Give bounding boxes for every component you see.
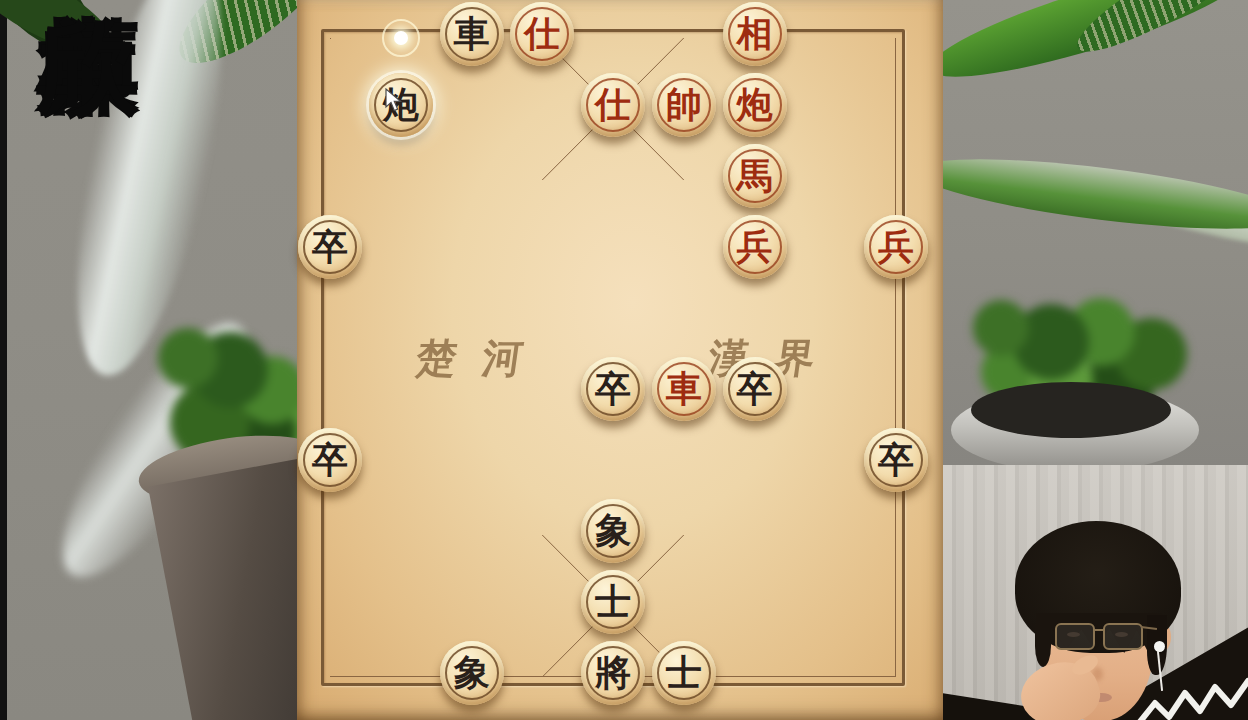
piece-black-將[interactable]: 將 [581,641,645,705]
mouse-cursor [383,88,407,114]
piece-red-車[interactable]: 車 [652,357,716,421]
last-move-marker [394,31,408,45]
river-label-left: 楚河 [398,336,554,382]
piece-red-相[interactable]: 相 [723,2,787,66]
presenter-hair [1035,625,1051,667]
video-frame: 象棋大师单欣 楚河 漢界 車仕相炮仕帥炮馬卒兵兵卒車卒卒卒象士象將士 [0,0,1248,720]
piece-character: 帥 [652,73,716,135]
right-photo-background [943,0,1248,465]
piece-black-卒[interactable]: 卒 [298,428,362,492]
presenter-glasses [1103,623,1143,650]
piece-black-卒[interactable]: 卒 [298,215,362,279]
plant-foliage [973,300,1029,356]
piece-character: 車 [440,2,504,64]
piece-character: 卒 [298,215,362,277]
piece-red-炮[interactable]: 炮 [723,73,787,137]
piece-black-卒[interactable]: 卒 [581,357,645,421]
piece-red-仕[interactable]: 仕 [581,73,645,137]
plant-foliage [158,328,218,388]
piece-character: 士 [652,641,716,703]
flower-pot [148,455,297,720]
piece-character: 車 [652,357,716,419]
piece-character: 卒 [581,357,645,419]
board-cell [330,38,331,39]
piece-character: 卒 [723,357,787,419]
piece-character: 卒 [864,428,928,490]
piece-red-仕[interactable]: 仕 [510,2,574,66]
piece-character: 象 [581,499,645,561]
piece-character: 馬 [723,144,787,206]
piece-character: 兵 [723,215,787,277]
piece-black-象[interactable]: 象 [581,499,645,563]
piece-character: 仕 [581,73,645,135]
earphone-icon [1154,641,1165,652]
piece-character: 相 [723,2,787,64]
plant-leaf [943,145,1248,243]
left-edge-bar [0,0,7,720]
piece-red-馬[interactable]: 馬 [723,144,787,208]
piece-black-卒[interactable]: 卒 [864,428,928,492]
piece-red-兵[interactable]: 兵 [723,215,787,279]
piece-red-兵[interactable]: 兵 [864,215,928,279]
piece-character: 卒 [298,428,362,490]
title-char: 欣 [36,10,140,129]
piece-black-卒[interactable]: 卒 [723,357,787,421]
piece-character: 炮 [723,73,787,135]
piece-character: 士 [581,570,645,632]
presenter-glasses [1093,629,1105,631]
piece-character: 仕 [510,2,574,64]
presenter-glasses [1055,623,1095,650]
piece-black-士[interactable]: 士 [581,570,645,634]
piece-black-車[interactable]: 車 [440,2,504,66]
piece-black-士[interactable]: 士 [652,641,716,705]
webcam-overlay [943,465,1248,720]
pot-soil [971,382,1171,438]
xiangqi-board[interactable]: 楚河 漢界 車仕相炮仕帥炮馬卒兵兵卒車卒卒卒象士象將士 [297,0,943,720]
piece-black-象[interactable]: 象 [440,641,504,705]
piece-character: 兵 [864,215,928,277]
piece-character: 象 [440,641,504,703]
piece-character: 將 [581,641,645,703]
piece-red-帥[interactable]: 帥 [652,73,716,137]
